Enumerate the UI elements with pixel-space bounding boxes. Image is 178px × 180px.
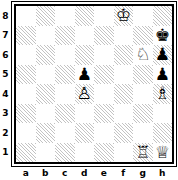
file-label: a	[16, 167, 36, 179]
square-a2[interactable]	[16, 123, 36, 143]
square-e5[interactable]	[94, 65, 114, 85]
square-h8[interactable]	[153, 6, 173, 26]
square-b8[interactable]	[36, 6, 56, 26]
square-c8[interactable]	[55, 6, 75, 26]
square-g7[interactable]	[133, 26, 153, 46]
chess-board: ♔♚♘♟♟♟♙♗♖♕	[14, 4, 174, 164]
square-e8[interactable]	[94, 6, 114, 26]
square-d7[interactable]	[75, 26, 95, 46]
square-b2[interactable]	[36, 123, 56, 143]
square-h3[interactable]	[153, 104, 173, 124]
square-f6[interactable]	[114, 45, 134, 65]
rank-label: 6	[0, 45, 11, 65]
square-h2[interactable]	[153, 123, 173, 143]
file-label: e	[94, 167, 114, 179]
rank-label: 8	[0, 6, 11, 26]
square-e3[interactable]	[94, 104, 114, 124]
rank-label: 4	[0, 84, 11, 104]
square-b6[interactable]	[36, 45, 56, 65]
square-b4[interactable]	[36, 84, 56, 104]
square-h5[interactable]: ♟	[153, 65, 173, 85]
piece-white-queen[interactable]: ♕	[155, 143, 170, 162]
piece-black-pawn[interactable]: ♟	[155, 45, 170, 64]
piece-black-pawn[interactable]: ♟	[155, 65, 170, 84]
chess-diagram: 87654321 ♔♚♘♟♟♟♙♗♖♕ abcdefgh	[0, 0, 178, 180]
square-b1[interactable]	[36, 143, 56, 163]
square-g3[interactable]	[133, 104, 153, 124]
square-h7[interactable]: ♚	[153, 26, 173, 46]
square-a1[interactable]	[16, 143, 36, 163]
square-b5[interactable]	[36, 65, 56, 85]
square-d1[interactable]	[75, 143, 95, 163]
file-labels: abcdefgh	[16, 167, 172, 179]
square-e4[interactable]	[94, 84, 114, 104]
square-g1[interactable]: ♖	[133, 143, 153, 163]
square-f1[interactable]	[114, 143, 134, 163]
square-g6[interactable]: ♘	[133, 45, 153, 65]
square-f8[interactable]: ♔	[114, 6, 134, 26]
square-c5[interactable]	[55, 65, 75, 85]
square-g5[interactable]	[133, 65, 153, 85]
square-d8[interactable]	[75, 6, 95, 26]
square-e7[interactable]	[94, 26, 114, 46]
file-label: b	[36, 167, 56, 179]
piece-black-king[interactable]: ♚	[155, 26, 170, 45]
square-c3[interactable]	[55, 104, 75, 124]
piece-white-knight[interactable]: ♘	[135, 45, 150, 64]
rank-label: 2	[0, 123, 11, 143]
square-a8[interactable]	[16, 6, 36, 26]
file-label: g	[133, 167, 153, 179]
square-d3[interactable]	[75, 104, 95, 124]
board-frame: ♔♚♘♟♟♟♙♗♖♕	[11, 1, 177, 167]
piece-black-pawn[interactable]: ♟	[77, 65, 92, 84]
file-label: d	[75, 167, 95, 179]
square-h1[interactable]: ♕	[153, 143, 173, 163]
rank-label: 1	[0, 143, 11, 163]
square-e2[interactable]	[94, 123, 114, 143]
rank-labels: 87654321	[0, 6, 11, 162]
square-c7[interactable]	[55, 26, 75, 46]
square-h6[interactable]: ♟	[153, 45, 173, 65]
square-g2[interactable]	[133, 123, 153, 143]
square-d6[interactable]	[75, 45, 95, 65]
file-label: f	[114, 167, 134, 179]
rank-label: 7	[0, 26, 11, 46]
piece-white-king[interactable]: ♔	[116, 6, 131, 25]
square-g4[interactable]	[133, 84, 153, 104]
square-h4[interactable]: ♗	[153, 84, 173, 104]
square-c2[interactable]	[55, 123, 75, 143]
square-c1[interactable]	[55, 143, 75, 163]
square-a5[interactable]	[16, 65, 36, 85]
file-label: c	[55, 167, 75, 179]
square-b7[interactable]	[36, 26, 56, 46]
file-label: h	[153, 167, 173, 179]
square-f7[interactable]	[114, 26, 134, 46]
piece-white-pawn[interactable]: ♙	[77, 84, 92, 103]
square-a3[interactable]	[16, 104, 36, 124]
piece-white-rook[interactable]: ♖	[135, 143, 150, 162]
square-b3[interactable]	[36, 104, 56, 124]
square-a7[interactable]	[16, 26, 36, 46]
rank-label: 5	[0, 65, 11, 85]
square-c6[interactable]	[55, 45, 75, 65]
square-d4[interactable]: ♙	[75, 84, 95, 104]
square-g8[interactable]	[133, 6, 153, 26]
square-a6[interactable]	[16, 45, 36, 65]
square-e1[interactable]	[94, 143, 114, 163]
square-f3[interactable]	[114, 104, 134, 124]
square-f5[interactable]	[114, 65, 134, 85]
square-d5[interactable]: ♟	[75, 65, 95, 85]
rank-label: 3	[0, 104, 11, 124]
square-d2[interactable]	[75, 123, 95, 143]
square-a4[interactable]	[16, 84, 36, 104]
piece-white-bishop[interactable]: ♗	[155, 84, 170, 103]
square-f2[interactable]	[114, 123, 134, 143]
square-c4[interactable]	[55, 84, 75, 104]
square-e6[interactable]	[94, 45, 114, 65]
square-f4[interactable]	[114, 84, 134, 104]
